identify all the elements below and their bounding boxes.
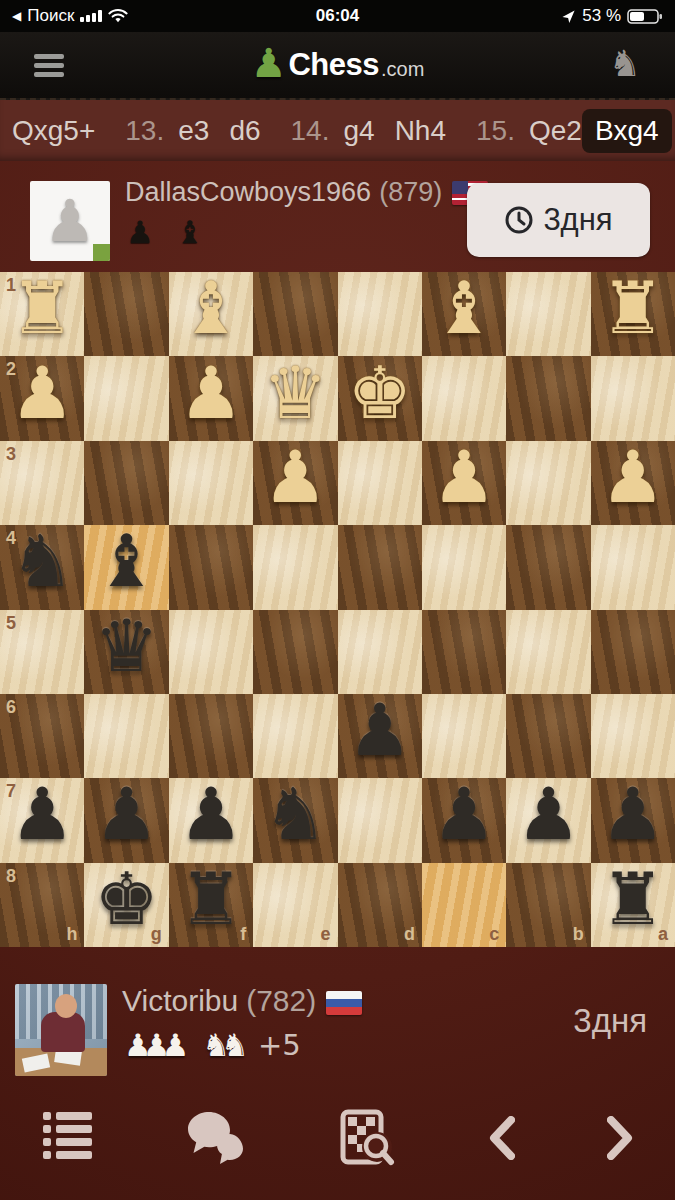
square-g5[interactable]: ♛ <box>84 610 168 694</box>
move-number[interactable]: 14. <box>291 115 330 147</box>
rating: (782) <box>246 984 316 1017</box>
captured-black-pawn: ♟ <box>126 217 154 248</box>
piece-black-pawn: ♟ <box>591 772 675 856</box>
square-f4[interactable] <box>169 525 253 609</box>
move-list: Qxg5+13.e3d614.g4Nh415.Qe2Bxg4 <box>0 100 675 161</box>
square-c7[interactable]: ♟ <box>422 778 506 862</box>
back-to-app-icon[interactable]: ◀ <box>12 10 21 22</box>
move-number[interactable]: 15. <box>476 115 515 147</box>
square-h2[interactable]: 2♟ <box>0 356 84 440</box>
material-advantage: +5 <box>258 1028 301 1062</box>
piece-white-rook: ♜ <box>591 266 675 350</box>
avatar-white[interactable]: ♟ <box>30 181 110 261</box>
piece-black-pawn: ♟ <box>506 772 590 856</box>
move-number[interactable]: 13. <box>125 115 164 147</box>
square-g7[interactable]: ♟ <box>84 778 168 862</box>
clock-black-label: 3дня <box>573 1002 647 1040</box>
wifi-icon <box>108 9 128 23</box>
captured-pieces-by-black: ♟♟♟♞♞+5 <box>124 1028 301 1062</box>
piece-black-pawn: ♟ <box>84 772 168 856</box>
square-d7[interactable] <box>338 778 422 862</box>
square-b5[interactable] <box>506 610 590 694</box>
location-arrow-icon <box>561 9 576 24</box>
piece-black-pawn: ♟ <box>338 688 422 772</box>
piece-white-pawn: ♟ <box>169 350 253 434</box>
square-d3[interactable] <box>338 441 422 525</box>
square-c1[interactable]: ♝ <box>422 272 506 356</box>
square-g2[interactable] <box>84 356 168 440</box>
chat-button[interactable] <box>184 1110 246 1166</box>
square-g4[interactable]: ♝ <box>84 525 168 609</box>
piece-white-rook: ♜ <box>0 266 84 350</box>
piece-black-rook: ♜ <box>169 857 253 941</box>
piece-black-pawn: ♟ <box>169 772 253 856</box>
square-e1[interactable] <box>253 272 337 356</box>
avatar-black-photo[interactable] <box>15 984 107 1076</box>
square-b7[interactable]: ♟ <box>506 778 590 862</box>
move-token[interactable]: Qe2 <box>529 115 582 147</box>
player-card-white: ♟ DallasCowboys1966(879) ♟♝ 3дня <box>0 161 675 272</box>
square-h1[interactable]: 1♜ <box>0 272 84 356</box>
back-to-app-label[interactable]: Поиск <box>27 6 74 26</box>
rank-label: 8 <box>6 866 16 887</box>
square-f3[interactable] <box>169 441 253 525</box>
file-label: e <box>320 924 330 945</box>
square-e5[interactable] <box>253 610 337 694</box>
square-a1[interactable]: ♜ <box>591 272 675 356</box>
square-c5[interactable] <box>422 610 506 694</box>
square-b3[interactable] <box>506 441 590 525</box>
square-e6[interactable] <box>253 694 337 778</box>
square-c4[interactable] <box>422 525 506 609</box>
piece-black-pawn: ♟ <box>0 772 84 856</box>
clock-white-active: 3дня <box>467 183 650 257</box>
square-c3[interactable]: ♟ <box>422 441 506 525</box>
square-h3[interactable]: 3 <box>0 441 84 525</box>
battery-percent: 53 % <box>582 6 621 26</box>
square-a5[interactable] <box>591 610 675 694</box>
move-token[interactable]: e3 <box>178 115 209 147</box>
captured-white-knight: ♞ <box>221 1030 249 1061</box>
move-token[interactable]: Qxg5+ <box>12 115 95 147</box>
ru-flag-icon <box>326 991 362 1015</box>
file-label: d <box>404 924 415 945</box>
piece-black-bishop: ♝ <box>84 519 168 603</box>
square-a8[interactable]: a♜ <box>591 863 675 947</box>
move-token[interactable]: Bxg4 <box>582 109 672 153</box>
square-b6[interactable] <box>506 694 590 778</box>
player-name-black[interactable]: Victoribu(782) <box>122 984 362 1018</box>
rank-label: 6 <box>6 697 16 718</box>
file-label: h <box>66 924 77 945</box>
square-b8[interactable]: b <box>506 863 590 947</box>
piece-black-rook: ♜ <box>591 857 675 941</box>
square-b4[interactable] <box>506 525 590 609</box>
analysis-button[interactable] <box>339 1109 397 1167</box>
cellular-signal-icon <box>80 10 102 22</box>
square-f5[interactable] <box>169 610 253 694</box>
previous-move-button[interactable] <box>489 1116 515 1160</box>
square-c2[interactable] <box>422 356 506 440</box>
player-name-white[interactable]: DallasCowboys1966(879) <box>125 177 488 208</box>
square-d2[interactable]: ♚ <box>338 356 422 440</box>
square-f7[interactable]: ♟ <box>169 778 253 862</box>
avatar-pawn-icon: ♟ <box>44 187 96 255</box>
chat-bubbles-icon <box>184 1110 246 1166</box>
square-h6[interactable]: 6 <box>0 694 84 778</box>
player-card-black: Victoribu(782) ♟♟♟♞♞+5 3дня <box>0 962 675 1085</box>
logo-suffix: .com <box>381 58 424 81</box>
square-h7[interactable]: 7♟ <box>0 778 84 862</box>
rank-label: 5 <box>6 613 16 634</box>
square-a7[interactable]: ♟ <box>591 778 675 862</box>
chess-board: 1♜♝♝♜2♟♟♛♚3♟♟♟4♞♝5♛6♟7♟♟♟♞♟♟♟8hg♚f♜edcba… <box>0 272 675 947</box>
square-b2[interactable] <box>506 356 590 440</box>
piece-white-bishop: ♝ <box>422 266 506 350</box>
square-h4[interactable]: 4♞ <box>0 525 84 609</box>
piece-white-pawn: ♟ <box>591 435 675 519</box>
move-token[interactable]: d6 <box>229 115 260 147</box>
square-e3[interactable]: ♟ <box>253 441 337 525</box>
piece-white-bishop: ♝ <box>169 266 253 350</box>
square-h5[interactable]: 5 <box>0 610 84 694</box>
square-g6[interactable] <box>84 694 168 778</box>
square-f6[interactable] <box>169 694 253 778</box>
square-c8[interactable]: c <box>422 863 506 947</box>
captured-white-pawn: ♟ <box>162 1030 190 1061</box>
clock-icon <box>504 205 534 235</box>
square-b1[interactable] <box>506 272 590 356</box>
square-f2[interactable]: ♟ <box>169 356 253 440</box>
square-g8[interactable]: g♚ <box>84 863 168 947</box>
chesscom-logo: ♟Chess.com <box>0 32 675 98</box>
piece-black-king: ♚ <box>84 857 168 941</box>
file-label: c <box>489 924 499 945</box>
piece-white-pawn: ♟ <box>253 435 337 519</box>
square-c6[interactable] <box>422 694 506 778</box>
logo-pawn-icon: ♟ <box>251 43 287 83</box>
username: Victoribu <box>122 984 238 1017</box>
app-header: ♟Chess.com ♞ <box>0 32 675 100</box>
square-a3[interactable]: ♟ <box>591 441 675 525</box>
chesscom-app: ◀ Поиск 06:04 53 % <box>0 0 675 1200</box>
square-e2[interactable]: ♛ <box>253 356 337 440</box>
square-e7[interactable]: ♞ <box>253 778 337 862</box>
analysis-board-icon <box>339 1109 397 1167</box>
move-token[interactable]: g4 <box>343 115 374 147</box>
square-f8[interactable]: f♜ <box>169 863 253 947</box>
square-a6[interactable] <box>591 694 675 778</box>
square-e8[interactable]: e <box>253 863 337 947</box>
square-d5[interactable] <box>338 610 422 694</box>
online-indicator <box>93 244 110 261</box>
square-g3[interactable] <box>84 441 168 525</box>
status-bar: ◀ Поиск 06:04 53 % <box>0 0 675 32</box>
rank-label: 3 <box>6 444 16 465</box>
piece-black-knight: ♞ <box>0 519 84 603</box>
piece-white-queen: ♛ <box>253 350 337 434</box>
square-h8[interactable]: 8h <box>0 863 84 947</box>
square-e4[interactable] <box>253 525 337 609</box>
captured-pieces-by-white: ♟♝ <box>126 217 204 248</box>
square-d4[interactable] <box>338 525 422 609</box>
captured-black-bishop: ♝ <box>176 217 204 248</box>
square-a4[interactable] <box>591 525 675 609</box>
logo-text: Chess <box>288 47 379 83</box>
moves-list-button[interactable] <box>42 1112 92 1164</box>
piece-white-pawn: ♟ <box>0 350 84 434</box>
file-label: b <box>573 924 584 945</box>
square-g1[interactable] <box>84 272 168 356</box>
username: DallasCowboys1966 <box>125 177 371 207</box>
battery-icon <box>627 8 663 25</box>
piece-black-pawn: ♟ <box>422 772 506 856</box>
piece-white-king: ♚ <box>338 350 422 434</box>
rating: (879) <box>379 177 442 207</box>
square-d8[interactable]: d <box>338 863 422 947</box>
bottom-toolbar <box>0 1085 675 1200</box>
clock-white-label: 3дня <box>543 202 612 238</box>
square-d6[interactable]: ♟ <box>338 694 422 778</box>
next-move-button[interactable] <box>607 1116 633 1160</box>
square-a2[interactable] <box>591 356 675 440</box>
piece-black-queen: ♛ <box>84 604 168 688</box>
square-f1[interactable]: ♝ <box>169 272 253 356</box>
piece-black-knight: ♞ <box>253 772 337 856</box>
square-d1[interactable] <box>338 272 422 356</box>
move-token[interactable]: Nh4 <box>395 115 446 147</box>
chevron-right-icon <box>607 1116 633 1160</box>
piece-white-pawn: ♟ <box>422 435 506 519</box>
chevron-left-icon <box>489 1116 515 1160</box>
knight-flair-icon[interactable]: ♞ <box>609 46 641 82</box>
